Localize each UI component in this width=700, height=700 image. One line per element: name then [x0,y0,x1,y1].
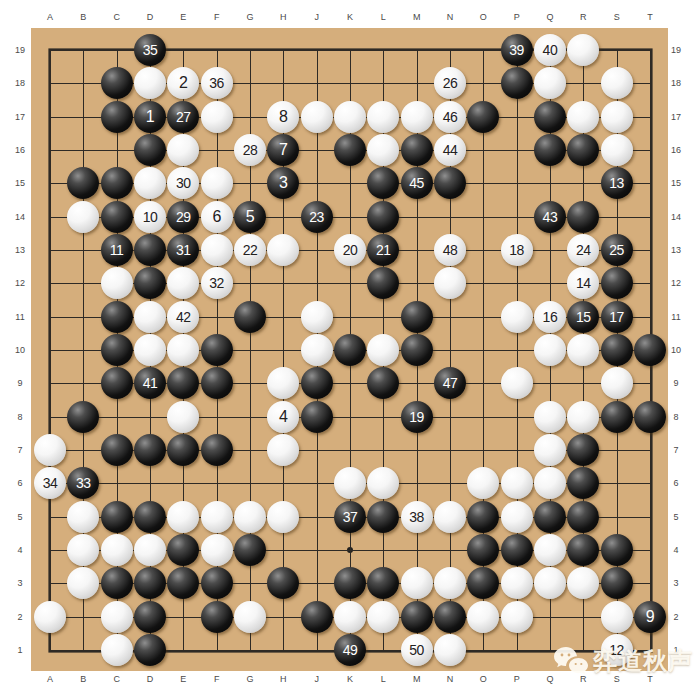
stone-black-F3 [201,567,233,599]
col-label-bottom: E [173,674,193,684]
move-number: 16 [543,310,558,324]
stone-white-Q19: 40 [534,34,566,66]
stone-white-P3 [501,567,533,599]
stone-white-C12 [101,267,133,299]
stone-white-F4 [201,534,233,566]
stone-white-H7 [267,434,299,466]
stone-black-O4 [467,534,499,566]
stone-black-F10 [201,334,233,366]
row-label-left: 16 [10,145,30,155]
stone-white-M3 [401,567,433,599]
row-label-right: 19 [666,45,686,55]
col-label-top: S [607,12,627,22]
move-number: 26 [443,76,458,90]
stone-black-J8 [301,401,333,433]
row-label-right: 9 [666,378,686,388]
stone-white-L17 [367,101,399,133]
stone-white-N13: 48 [434,234,466,266]
stone-black-E13: 31 [167,234,199,266]
stone-white-P6 [501,467,533,499]
move-number: 8 [279,109,287,125]
move-number: 2 [179,75,187,91]
stone-white-E18: 2 [167,67,199,99]
move-number: 7 [279,142,287,158]
stone-white-Q3 [534,567,566,599]
stone-black-H15: 3 [267,167,299,199]
stone-black-P4 [501,534,533,566]
stone-white-N5 [434,501,466,533]
stone-white-D18 [134,67,166,99]
stone-black-S3 [601,567,633,599]
stone-black-K1: 49 [334,634,366,666]
stone-black-L14 [367,201,399,233]
stone-white-E10 [167,334,199,366]
stone-white-R19 [567,34,599,66]
stone-black-F9 [201,367,233,399]
stone-white-H8: 4 [267,401,299,433]
stone-white-B5 [67,501,99,533]
stone-white-C4 [101,534,133,566]
stone-white-K2 [334,601,366,633]
row-label-left: 2 [10,612,30,622]
stone-black-E4 [167,534,199,566]
stone-white-L6 [367,467,399,499]
col-label-bottom: D [140,674,160,684]
stone-black-Q5 [534,501,566,533]
stone-black-J2 [301,601,333,633]
stone-black-C10 [101,334,133,366]
watermark-text: 弈道秋声 [593,645,693,677]
stone-black-E17: 27 [167,101,199,133]
col-label-top: N [440,12,460,22]
stone-white-E16 [167,134,199,166]
move-number: 50 [409,643,424,657]
stone-white-M5: 38 [401,501,433,533]
move-number: 45 [409,176,424,190]
row-label-right: 12 [666,278,686,288]
go-diagram-page: { "game": "go", "diagram_title": "Go gam… [0,0,700,700]
stone-black-E9 [167,367,199,399]
stone-black-B6: 33 [67,467,99,499]
stone-white-N17: 46 [434,101,466,133]
col-label-bottom: K [340,674,360,684]
stone-black-M2 [401,601,433,633]
col-label-bottom: M [407,674,427,684]
stone-white-H5 [267,501,299,533]
stone-white-O6 [467,467,499,499]
row-label-right: 3 [666,578,686,588]
stone-white-D11 [134,301,166,333]
stone-black-E14: 29 [167,201,199,233]
stone-black-N2 [434,601,466,633]
stone-black-D17: 1 [134,101,166,133]
stone-white-C1 [101,634,133,666]
stone-white-B3 [67,567,99,599]
col-label-top: P [507,12,527,22]
stone-black-O3 [467,567,499,599]
stone-white-L10 [367,334,399,366]
stone-black-M11 [401,301,433,333]
stone-black-E7 [167,434,199,466]
move-number: 41 [143,376,158,390]
stone-black-R7 [567,434,599,466]
stone-black-T2: 9 [634,601,666,633]
stone-black-C3 [101,567,133,599]
col-label-top: O [473,12,493,22]
move-number: 13 [609,176,624,190]
stone-black-G11 [234,301,266,333]
stone-white-G5 [234,501,266,533]
row-label-right: 5 [666,512,686,522]
col-label-top: K [340,12,360,22]
stone-white-E5 [167,501,199,533]
move-number: 40 [543,43,558,57]
stone-black-Q17 [534,101,566,133]
stone-black-R6 [567,467,599,499]
stone-white-A2 [34,601,66,633]
stone-white-S18 [601,67,633,99]
stone-white-E12 [167,267,199,299]
row-label-right: 6 [666,478,686,488]
row-label-left: 5 [10,512,30,522]
stone-black-S4 [601,534,633,566]
stone-black-S11: 17 [601,301,633,333]
col-label-bottom: C [107,674,127,684]
wechat-icon [553,646,589,676]
stone-black-C7 [101,434,133,466]
row-label-left: 12 [10,278,30,288]
row-label-right: 13 [666,245,686,255]
stone-black-O5 [467,501,499,533]
watermark: 弈道秋声 [553,645,693,677]
row-label-left: 14 [10,212,30,222]
move-number: 44 [443,143,458,157]
move-number: 14 [576,276,591,290]
move-number: 21 [376,243,391,257]
stone-white-B14 [67,201,99,233]
move-number: 1 [146,109,154,125]
stone-black-D19: 35 [134,34,166,66]
stone-white-N3 [434,567,466,599]
stone-white-E8 [167,401,199,433]
col-label-top: C [107,12,127,22]
stone-white-O2 [467,601,499,633]
stone-black-C18 [101,67,133,99]
stone-black-L13: 21 [367,234,399,266]
row-label-left: 13 [10,245,30,255]
stone-black-H3 [267,567,299,599]
move-number: 5 [246,209,254,225]
stone-white-Q10 [534,334,566,366]
stone-black-D16 [134,134,166,166]
stone-black-G4 [234,534,266,566]
stone-white-J11 [301,301,333,333]
stone-black-D13 [134,234,166,266]
col-label-top: D [140,12,160,22]
stone-black-K3 [334,567,366,599]
row-label-left: 6 [10,478,30,488]
stone-black-P18 [501,67,533,99]
stone-black-L3 [367,567,399,599]
stone-white-D4 [134,534,166,566]
stone-black-C17 [101,101,133,133]
stone-white-K17 [334,101,366,133]
stone-white-E15: 30 [167,167,199,199]
col-label-top: L [373,12,393,22]
stone-white-G2 [234,601,266,633]
stone-white-K6 [334,467,366,499]
col-label-top: H [273,12,293,22]
col-label-bottom: F [207,674,227,684]
move-number: 38 [409,510,424,524]
move-number: 27 [176,110,191,124]
stone-white-S2 [601,601,633,633]
move-number: 9 [646,609,654,625]
stone-white-P13: 18 [501,234,533,266]
stone-white-D14: 10 [134,201,166,233]
stones-layer: 3539402362612784628744303451310296523431… [33,33,666,666]
stone-black-M15: 45 [401,167,433,199]
stone-white-M1: 50 [401,634,433,666]
col-label-top: M [407,12,427,22]
stone-white-A6: 34 [34,467,66,499]
row-label-right: 17 [666,112,686,122]
stone-white-G13: 22 [234,234,266,266]
stone-white-P11 [501,301,533,333]
stone-white-Q11: 16 [534,301,566,333]
row-label-left: 7 [10,445,30,455]
move-number: 32 [209,276,224,290]
stone-white-R12: 14 [567,267,599,299]
stone-white-F14: 6 [201,201,233,233]
move-number: 28 [243,143,258,157]
stone-white-Q8 [534,401,566,433]
move-number: 17 [609,310,624,324]
move-number: 33 [76,476,91,490]
col-label-top: T [640,12,660,22]
stone-white-Q6 [534,467,566,499]
stone-white-Q18 [534,67,566,99]
row-label-left: 11 [10,312,30,322]
row-label-right: 10 [666,345,686,355]
move-number: 36 [209,76,224,90]
stone-white-P5 [501,501,533,533]
stone-white-S16 [601,134,633,166]
stone-black-F7 [201,434,233,466]
stone-white-F13 [201,234,233,266]
move-number: 46 [443,110,458,124]
move-number: 20 [343,243,358,257]
stone-white-L16 [367,134,399,166]
stone-black-M10 [401,334,433,366]
col-label-top: F [207,12,227,22]
stone-white-Q7 [534,434,566,466]
stone-white-K13: 20 [334,234,366,266]
stone-black-R5 [567,501,599,533]
stone-black-B15 [67,167,99,199]
row-label-left: 18 [10,78,30,88]
row-label-left: 15 [10,178,30,188]
stone-black-E3 [167,567,199,599]
stone-black-L15 [367,167,399,199]
col-label-top: G [240,12,260,22]
stone-black-Q16 [534,134,566,166]
stone-white-N16: 44 [434,134,466,166]
stone-black-C5 [101,501,133,533]
stone-black-S12 [601,267,633,299]
stone-white-E11: 42 [167,301,199,333]
move-number: 42 [176,310,191,324]
row-label-left: 10 [10,345,30,355]
col-label-bottom: A [40,674,60,684]
move-number: 30 [176,176,191,190]
move-number: 39 [509,43,524,57]
stone-black-L5 [367,501,399,533]
stone-black-S8 [601,401,633,433]
row-label-right: 2 [666,612,686,622]
stone-black-C11 [101,301,133,333]
stone-black-N15 [434,167,466,199]
stone-black-S15: 13 [601,167,633,199]
stone-black-C14 [101,201,133,233]
stone-white-D15 [134,167,166,199]
stone-white-G16: 28 [234,134,266,166]
stone-white-P9 [501,367,533,399]
stone-black-T10 [634,334,666,366]
stone-black-J9 [301,367,333,399]
stone-black-D7 [134,434,166,466]
stone-black-D3 [134,567,166,599]
col-label-top: E [173,12,193,22]
stone-white-C2 [101,601,133,633]
col-label-top: B [73,12,93,22]
stone-black-C15 [101,167,133,199]
row-label-left: 3 [10,578,30,588]
stone-white-R3 [567,567,599,599]
stone-white-R17 [567,101,599,133]
stone-black-F2 [201,601,233,633]
stone-black-D12 [134,267,166,299]
stone-black-K10 [334,334,366,366]
stone-black-T8 [634,401,666,433]
col-label-bottom: L [373,674,393,684]
move-number: 3 [279,175,287,191]
stone-white-S9 [601,367,633,399]
stone-white-F15 [201,167,233,199]
move-number: 43 [543,210,558,224]
move-number: 29 [176,210,191,224]
stone-black-G14: 5 [234,201,266,233]
col-label-top: R [573,12,593,22]
col-label-bottom: N [440,674,460,684]
row-label-left: 4 [10,545,30,555]
stone-black-M16 [401,134,433,166]
stone-black-C9 [101,367,133,399]
stone-white-H17: 8 [267,101,299,133]
stone-white-D10 [134,334,166,366]
stone-white-N12 [434,267,466,299]
stone-black-L9 [367,367,399,399]
move-number: 31 [176,243,191,257]
stone-white-R8 [567,401,599,433]
stone-white-F5 [201,501,233,533]
row-label-left: 19 [10,45,30,55]
stone-white-N1 [434,634,466,666]
row-label-right: 11 [666,312,686,322]
row-label-right: 16 [666,145,686,155]
row-label-right: 8 [666,412,686,422]
row-label-left: 8 [10,412,30,422]
stone-white-P2 [501,601,533,633]
stone-black-O17 [467,101,499,133]
stone-white-J10 [301,334,333,366]
col-label-bottom: O [473,674,493,684]
move-number: 22 [243,243,258,257]
stone-white-H9 [267,367,299,399]
stone-white-S17 [601,101,633,133]
move-number: 35 [143,43,158,57]
move-number: 10 [143,210,158,224]
move-number: 34 [43,476,58,490]
row-label-left: 1 [10,645,30,655]
stone-white-N18: 26 [434,67,466,99]
move-number: 4 [279,409,287,425]
col-label-bottom: H [273,674,293,684]
stone-white-L2 [367,601,399,633]
move-number: 25 [609,243,624,257]
move-number: 15 [576,310,591,324]
row-label-right: 7 [666,445,686,455]
col-label-bottom: J [307,674,327,684]
stone-black-S10 [601,334,633,366]
stone-black-R11: 15 [567,301,599,333]
row-label-left: 17 [10,112,30,122]
stone-white-Q4 [534,534,566,566]
stone-white-J17 [301,101,333,133]
stone-black-B8 [67,401,99,433]
stone-black-R4 [567,534,599,566]
stone-white-F12: 32 [201,267,233,299]
stone-white-R10 [567,334,599,366]
move-number: 19 [409,410,424,424]
col-label-top: J [307,12,327,22]
stone-black-D1 [134,634,166,666]
stone-black-R14 [567,201,599,233]
move-number: 11 [110,243,124,257]
go-board: 3539402362612784628744303451310296523431… [31,28,668,671]
stone-black-C13: 11 [101,234,133,266]
col-label-bottom: G [240,674,260,684]
stone-white-B4 [67,534,99,566]
stone-black-K16 [334,134,366,166]
move-number: 47 [443,376,458,390]
stone-black-R16 [567,134,599,166]
stone-black-N9: 47 [434,367,466,399]
stone-black-D9: 41 [134,367,166,399]
row-label-right: 4 [666,545,686,555]
col-label-bottom: B [73,674,93,684]
col-label-top: Q [540,12,560,22]
stone-black-D5 [134,501,166,533]
row-label-right: 14 [666,212,686,222]
row-label-right: 18 [666,78,686,88]
stone-black-L12 [367,267,399,299]
stone-black-M8: 19 [401,401,433,433]
stone-black-J14: 23 [301,201,333,233]
stone-black-P19: 39 [501,34,533,66]
stone-white-F17 [201,101,233,133]
stone-white-H13 [267,234,299,266]
